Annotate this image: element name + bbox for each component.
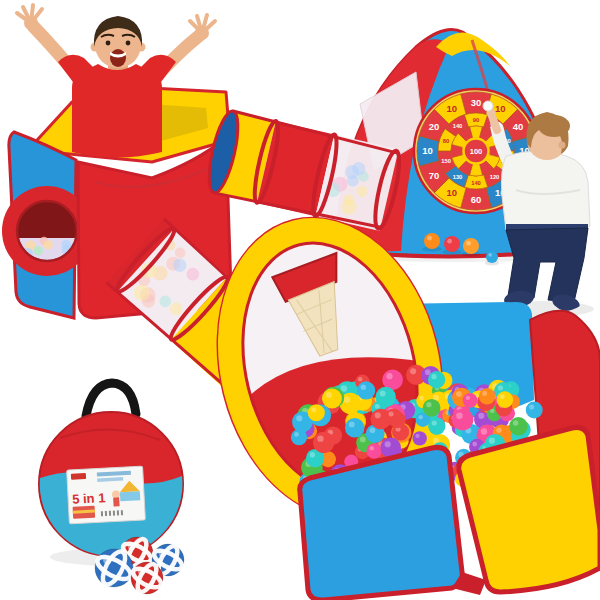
floor-ball-highlight — [488, 253, 492, 257]
pit-ball-highlight — [489, 438, 495, 444]
pit-ball — [452, 409, 473, 430]
pit-ball-highlight — [358, 377, 362, 381]
pit-ball-highlight — [431, 374, 436, 379]
boy-mouth — [110, 49, 126, 67]
svg-text:90: 90 — [473, 117, 479, 123]
pit-ball-highlight — [481, 428, 487, 434]
pit-ball-highlight — [296, 415, 302, 421]
pit-ball-highlight — [482, 391, 487, 396]
pit-ball-highlight — [317, 435, 323, 441]
pit-ball-highlight — [500, 394, 505, 399]
svg-text:130: 130 — [453, 174, 463, 180]
pit-ball-highlight — [415, 434, 419, 438]
pit-ball — [291, 429, 307, 445]
pit-ball-highlight — [370, 427, 376, 433]
pit-ball-highlight — [478, 413, 484, 419]
svg-text:10: 10 — [495, 103, 506, 114]
pit-ball-highlight — [361, 384, 367, 390]
pit-ball — [308, 404, 325, 421]
floor-ball — [444, 236, 460, 252]
bag-label: 5 in 1 — [67, 466, 146, 524]
label-cartoon-pit — [120, 491, 140, 501]
svg-text:10: 10 — [446, 187, 457, 198]
pit-ball-highlight — [456, 413, 462, 419]
tunnel-ball — [34, 246, 43, 255]
floor-ball — [424, 233, 440, 249]
pit-ball-highlight — [498, 385, 503, 390]
svg-text:150: 150 — [441, 158, 451, 164]
toddler-ear — [559, 142, 566, 149]
pit-ball — [526, 401, 543, 418]
pit-ball — [357, 381, 375, 399]
pit-ball-highlight — [369, 446, 374, 451]
pit-ball — [479, 388, 495, 404]
pit-ball-highlight — [472, 442, 477, 447]
svg-text:40: 40 — [513, 121, 524, 132]
svg-text:140: 140 — [453, 123, 463, 129]
pit-ball-highlight — [375, 412, 381, 418]
pit-ball-highlight — [344, 397, 350, 403]
carry-bag: 5 in 1 — [39, 383, 183, 566]
product-photo: 3010401050106010701020109015015017012014… — [0, 0, 600, 600]
pit-ball — [322, 389, 342, 409]
pit-ball-highlight — [529, 404, 534, 409]
floor-ball-highlight — [427, 236, 432, 241]
toddler-jeans — [506, 228, 588, 302]
svg-text:120: 120 — [490, 174, 500, 180]
pit-ball-highlight — [426, 402, 431, 407]
pit-ball-highlight — [360, 437, 366, 443]
toddler-forearm — [492, 116, 497, 130]
floor-ball — [463, 238, 479, 254]
svg-text:100: 100 — [470, 147, 483, 156]
thrown-sticky-ball — [483, 101, 493, 111]
pit-ball-highlight — [513, 420, 519, 426]
pit-ball-highlight — [349, 421, 355, 427]
pit-ball-highlight — [419, 396, 424, 401]
pit-ball — [509, 417, 528, 436]
pit-ball — [413, 431, 427, 445]
pit-ball-highlight — [294, 432, 299, 437]
pit-ball-highlight — [389, 412, 394, 417]
floor-ball-highlight — [447, 239, 452, 244]
toddler-hair-top — [538, 115, 570, 137]
pit-ball-highlight — [410, 368, 416, 374]
svg-text:60: 60 — [471, 194, 482, 205]
pit-ball-highlight — [456, 391, 462, 397]
boy-right-eye — [126, 41, 131, 46]
pit-ball-highlight — [380, 390, 386, 396]
bag-label-title: 5 in 1 — [72, 490, 106, 507]
floor-ball — [486, 251, 498, 263]
svg-text:70: 70 — [429, 170, 440, 181]
svg-text:20: 20 — [429, 121, 440, 132]
svg-text:140: 140 — [471, 180, 481, 186]
svg-text:10: 10 — [446, 103, 457, 114]
pit-ball-highlight — [326, 392, 332, 398]
pit-ball-highlight — [496, 428, 501, 433]
floor-ball-highlight — [466, 241, 471, 246]
pit-ball-highlight — [311, 407, 316, 412]
pit-front-yellow-wall — [459, 427, 600, 592]
pit-ball-highlight — [310, 452, 316, 458]
pit-ball — [375, 387, 395, 407]
pit-ball-highlight — [386, 373, 392, 379]
svg-text:30: 30 — [471, 97, 482, 108]
pit-ball — [345, 418, 365, 438]
pit-ball-highlight — [418, 415, 422, 419]
pit-ball-highlight — [432, 420, 437, 425]
label-brand-chip — [71, 473, 86, 480]
boy-shirt — [72, 64, 162, 158]
pit-ball — [313, 432, 334, 453]
pit-ball — [366, 443, 381, 458]
pit-ball — [463, 393, 478, 408]
pit-ball — [385, 409, 402, 426]
label-cartoon-kid-body — [113, 497, 119, 506]
pit-ball-highlight — [385, 441, 391, 447]
svg-text:10: 10 — [422, 145, 433, 156]
pit-ball-highlight — [425, 369, 431, 375]
tunnel-ball — [44, 240, 53, 249]
svg-text:80: 80 — [443, 138, 449, 144]
scene: 3010401050106010701020109015015017012014… — [0, 0, 600, 600]
pit-ball — [428, 371, 445, 388]
pit-ball — [497, 391, 514, 408]
pit-ball-highlight — [466, 396, 470, 400]
boy-left-eye — [106, 41, 111, 46]
pit-ball — [423, 399, 441, 417]
